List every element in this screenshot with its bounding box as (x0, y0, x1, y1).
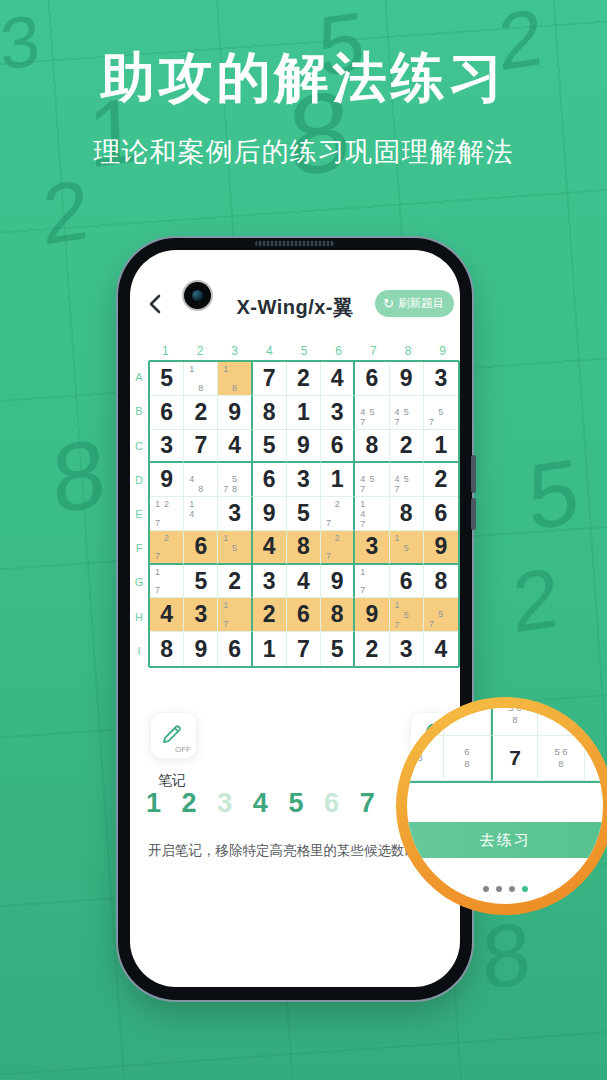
cell-G2[interactable]: 5 (184, 565, 218, 599)
col-label: 8 (391, 344, 426, 358)
cell-B7[interactable]: 457 (355, 396, 389, 430)
cell-D8[interactable]: 457 (390, 463, 424, 497)
cell-value: 4 (160, 601, 173, 628)
watermark-number: 5 (527, 444, 581, 544)
cell-value: 9 (160, 466, 173, 493)
cell-value: 3 (400, 636, 413, 663)
cell-value: 9 (263, 500, 276, 527)
cell-H4[interactable]: 2 (253, 598, 287, 632)
cell-candidates: 17 (150, 565, 183, 598)
volume-button (471, 455, 476, 493)
cell-value: 9 (400, 365, 413, 392)
cell-I6[interactable]: 5 (321, 632, 355, 666)
refresh-puzzle-button[interactable]: ↻ 刷新题目 (375, 290, 454, 317)
app-screen: X-Wing/x-翼 ↻ 刷新题目 123456789 ABCDEFGHI 51… (130, 250, 460, 987)
cell-F5[interactable]: 8 (287, 531, 321, 565)
hero-subtitle: 理论和案例后的练习巩固理解解法 (0, 134, 607, 170)
col-label: 9 (425, 344, 460, 358)
cell-E8[interactable]: 8 (390, 497, 424, 531)
cell-candidates: 17 (218, 598, 250, 631)
cell-C1[interactable]: 3 (150, 430, 184, 464)
cell-F6[interactable]: 27 (321, 531, 355, 565)
cell-value: 6 (434, 500, 447, 527)
cell-candidates: 457 (390, 396, 423, 429)
cell-G4[interactable]: 3 (253, 565, 287, 599)
row-label: B (132, 394, 146, 428)
row-label: I (132, 634, 146, 668)
cell-value: 8 (297, 533, 310, 560)
cell-H3[interactable]: 17 (218, 598, 252, 632)
refresh-label: 刷新题目 (398, 296, 444, 311)
cell-E9[interactable]: 6 (424, 497, 458, 531)
cell-value: 9 (434, 533, 447, 560)
cell-C7[interactable]: 8 (355, 430, 389, 464)
power-button (471, 498, 476, 530)
cell-candidates: 15 (218, 531, 250, 563)
cell-value: 6 (400, 568, 413, 595)
cell-A4[interactable]: 7 (253, 362, 287, 396)
magnifier-content: 5 683157 886875 6824 54 去练习 (407, 708, 603, 904)
cell-candidates: 57 (424, 598, 458, 631)
cell-E4[interactable]: 9 (253, 497, 287, 531)
cell-G6[interactable]: 9 (321, 565, 355, 599)
cell-F3[interactable]: 15 (218, 531, 252, 565)
cell-value: 1 (263, 636, 276, 663)
notes-state-label: OFF (175, 745, 191, 754)
row-label: C (132, 428, 146, 462)
cell-F2[interactable]: 6 (184, 531, 218, 565)
cell-candidates: 48 (184, 463, 217, 496)
cell-value: 9 (228, 399, 241, 426)
cell-value: 6 (194, 533, 207, 560)
cell-A3[interactable]: 18 (218, 362, 252, 396)
cell-D1[interactable]: 9 (150, 463, 184, 497)
cell-E7[interactable]: 147 (355, 497, 389, 531)
cell-candidates: 457 (355, 396, 388, 429)
numpad-1[interactable]: 1 (146, 790, 161, 817)
refresh-icon: ↻ (383, 297, 394, 310)
preview-cell: 3 (538, 708, 585, 736)
cell-G5[interactable]: 4 (287, 565, 321, 599)
cell-B3[interactable]: 9 (218, 396, 252, 430)
cell-value: 3 (263, 568, 276, 595)
cell-value: 2 (366, 636, 379, 663)
cell-I5[interactable]: 7 (287, 632, 321, 666)
cell-value: 7 (263, 365, 276, 392)
cell-A7[interactable]: 6 (355, 362, 389, 396)
cell-candidates: 27 (150, 531, 183, 563)
pencil-icon (159, 721, 185, 747)
cell-value: 4 (263, 533, 276, 560)
cell-G7[interactable]: 17 (355, 565, 389, 599)
cell-D2[interactable]: 48 (184, 463, 218, 497)
col-label: 4 (252, 344, 287, 358)
cell-candidates: 157 (390, 598, 423, 631)
cell-value: 3 (194, 601, 207, 628)
cell-F8[interactable]: 15 (390, 531, 424, 565)
cell-D4[interactable]: 6 (253, 463, 287, 497)
cell-H6[interactable]: 8 (321, 598, 355, 632)
cell-A8[interactable]: 9 (390, 362, 424, 396)
numpad-6[interactable]: 6 (324, 790, 339, 817)
numpad-4[interactable]: 4 (253, 790, 268, 817)
cell-value: 6 (331, 432, 344, 459)
dot-green (522, 886, 528, 892)
cell-candidates: 127 (150, 497, 183, 530)
cell-G8[interactable]: 6 (390, 565, 424, 599)
cell-I4[interactable]: 1 (253, 632, 287, 666)
cell-candidates: 27 (321, 497, 353, 530)
cell-H5[interactable]: 6 (287, 598, 321, 632)
phone-mockup: X-Wing/x-翼 ↻ 刷新题目 123456789 ABCDEFGHI 51… (118, 238, 472, 1000)
cell-C9[interactable]: 1 (424, 430, 458, 464)
cell-F7[interactable]: 3 (355, 531, 389, 565)
cell-E2[interactable]: 14 (184, 497, 218, 531)
watermark-number: 2 (511, 555, 560, 646)
dot-gray (483, 886, 489, 892)
cell-B2[interactable]: 2 (184, 396, 218, 430)
cell-value: 2 (434, 466, 447, 493)
cell-G1[interactable]: 17 (150, 565, 184, 599)
watermark-number: 2 (41, 167, 90, 258)
cell-I8[interactable]: 3 (390, 632, 424, 666)
cell-E1[interactable]: 127 (150, 497, 184, 531)
cell-value: 8 (434, 568, 447, 595)
cell-E5[interactable]: 5 (287, 497, 321, 531)
cell-I1[interactable]: 8 (150, 632, 184, 666)
cell-D6[interactable]: 1 (321, 463, 355, 497)
phone-speaker (255, 241, 335, 246)
cell-H2[interactable]: 3 (184, 598, 218, 632)
cell-H1[interactable]: 4 (150, 598, 184, 632)
cell-value: 7 (194, 432, 207, 459)
cell-candidates: 57 (424, 396, 458, 429)
cell-candidates: 578 (218, 463, 250, 496)
col-label: 7 (356, 344, 391, 358)
cell-E3[interactable]: 3 (218, 497, 252, 531)
cell-D7[interactable]: 457 (355, 463, 389, 497)
cell-value: 8 (366, 432, 379, 459)
row-label: E (132, 497, 146, 531)
cell-A9[interactable]: 3 (424, 362, 458, 396)
cell-value: 5 (297, 500, 310, 527)
cell-value: 6 (160, 399, 173, 426)
cell-F4[interactable]: 4 (253, 531, 287, 565)
numpad-2[interactable]: 2 (182, 790, 197, 817)
cell-H9[interactable]: 57 (424, 598, 458, 632)
notes-toggle-button[interactable]: OFF (150, 712, 197, 759)
cell-D3[interactable]: 578 (218, 463, 252, 497)
cell-B4[interactable]: 8 (253, 396, 287, 430)
cell-value: 8 (263, 399, 276, 426)
cell-value: 2 (400, 432, 413, 459)
cell-C8[interactable]: 2 (390, 430, 424, 464)
cell-I9[interactable]: 4 (424, 632, 458, 666)
preview-cell: 5 68 (538, 736, 585, 781)
cell-E6[interactable]: 27 (321, 497, 355, 531)
cell-G9[interactable]: 8 (424, 565, 458, 599)
col-label: 3 (217, 344, 252, 358)
cell-value: 6 (297, 601, 310, 628)
cell-H8[interactable]: 157 (390, 598, 424, 632)
cell-D5[interactable]: 3 (287, 463, 321, 497)
col-label: 2 (183, 344, 218, 358)
watermark-number: 8 (51, 424, 107, 528)
cell-B1[interactable]: 6 (150, 396, 184, 430)
cell-D9[interactable]: 2 (424, 463, 458, 497)
row-label: G (132, 565, 146, 599)
cell-C2[interactable]: 7 (184, 430, 218, 464)
cell-candidates: 18 (184, 362, 217, 395)
preview-cell: 7 (491, 736, 538, 781)
cell-I3[interactable]: 6 (218, 632, 252, 666)
hero-title: 助攻的解法练习 (0, 42, 607, 115)
cell-value: 3 (366, 533, 379, 560)
cell-value: 4 (331, 365, 344, 392)
cell-A5[interactable]: 2 (287, 362, 321, 396)
cell-B5[interactable]: 1 (287, 396, 321, 430)
sudoku-board: 5181872469362981345745757374596821948578… (148, 360, 460, 668)
preview-cell (444, 708, 491, 736)
cell-value: 6 (228, 636, 241, 663)
cell-I7[interactable]: 2 (355, 632, 389, 666)
numpad-7[interactable]: 7 (360, 790, 375, 817)
cell-value: 6 (366, 365, 379, 392)
cell-C3[interactable]: 4 (218, 430, 252, 464)
cell-value: 3 (434, 365, 447, 392)
cell-value: 9 (331, 568, 344, 595)
cell-G3[interactable]: 2 (218, 565, 252, 599)
cell-candidates: 457 (390, 463, 423, 496)
cell-candidates: 18 (218, 362, 250, 395)
cell-value: 9 (297, 432, 310, 459)
cell-value: 2 (194, 399, 207, 426)
row-label: F (132, 531, 146, 565)
col-label: 6 (321, 344, 356, 358)
cell-C5[interactable]: 9 (287, 430, 321, 464)
cell-value: 3 (331, 399, 344, 426)
cell-value: 5 (194, 568, 207, 595)
cell-A6[interactable]: 4 (321, 362, 355, 396)
cell-value: 2 (228, 568, 241, 595)
cell-value: 6 (263, 466, 276, 493)
watermark-number: 8 (481, 908, 533, 1003)
cell-A2[interactable]: 18 (184, 362, 218, 396)
cell-B9[interactable]: 57 (424, 396, 458, 430)
cell-value: 8 (400, 500, 413, 527)
cell-value: 5 (331, 636, 344, 663)
cell-value: 9 (366, 601, 379, 628)
col-label: 5 (287, 344, 322, 358)
cell-value: 7 (297, 636, 310, 663)
cell-candidates: 15 (390, 531, 423, 563)
cell-C6[interactable]: 6 (321, 430, 355, 464)
dot-gray (496, 886, 502, 892)
cell-C4[interactable]: 5 (253, 430, 287, 464)
magnifier-circle: 5 683157 886875 6824 54 去练习 (396, 697, 607, 915)
cell-value: 3 (160, 432, 173, 459)
column-labels: 123456789 (148, 344, 460, 358)
cell-candidates: 17 (355, 565, 388, 598)
preview-cell: 1 (585, 708, 603, 736)
numpad-3[interactable]: 3 (217, 790, 232, 817)
cell-value: 1 (434, 432, 447, 459)
cell-candidates: 147 (355, 497, 388, 530)
preview-cell: 68 (444, 736, 491, 781)
cell-value: 1 (331, 466, 344, 493)
cell-value: 3 (297, 466, 310, 493)
cell-F1[interactable]: 27 (150, 531, 184, 565)
preview-cell: 2 (585, 736, 603, 781)
cell-candidates: 27 (321, 531, 353, 563)
cell-value: 4 (228, 432, 241, 459)
cell-value: 1 (297, 399, 310, 426)
cell-value: 5 (263, 432, 276, 459)
cell-F9[interactable]: 9 (424, 531, 458, 565)
numpad-5[interactable]: 5 (288, 790, 303, 817)
cell-B8[interactable]: 457 (390, 396, 424, 430)
row-label: A (132, 360, 146, 394)
cell-value: 4 (297, 568, 310, 595)
cell-value: 2 (297, 365, 310, 392)
cell-I2[interactable]: 9 (184, 632, 218, 666)
col-label: 1 (148, 344, 183, 358)
cell-value: 4 (434, 636, 447, 663)
preview-cell: 5 68 (491, 708, 538, 736)
cell-value: 8 (331, 601, 344, 628)
row-label: D (132, 463, 146, 497)
page-indicator-dots (407, 886, 603, 892)
cell-candidates: 14 (184, 497, 217, 530)
cell-value: 9 (194, 636, 207, 663)
cell-value: 2 (263, 601, 276, 628)
cell-value: 3 (228, 500, 241, 527)
cell-value: 5 (160, 365, 173, 392)
cell-A1[interactable]: 5 (150, 362, 184, 396)
cell-value: 8 (160, 636, 173, 663)
cell-B6[interactable]: 3 (321, 396, 355, 430)
row-labels: ABCDEFGHI (132, 360, 146, 668)
go-practice-button[interactable]: 去练习 (407, 822, 603, 858)
row-label: H (132, 600, 146, 634)
cell-H7[interactable]: 9 (355, 598, 389, 632)
cell-candidates: 457 (355, 463, 388, 496)
dot-gray (509, 886, 515, 892)
